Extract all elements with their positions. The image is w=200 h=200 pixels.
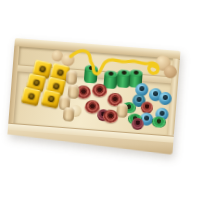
toy-box xyxy=(7,38,181,155)
yellow-cube-bead xyxy=(20,87,40,107)
wood-ball-bead xyxy=(163,64,177,78)
bead-layer xyxy=(7,38,181,155)
green-cylinder-bead xyxy=(83,67,97,84)
red-spool-bead xyxy=(102,109,118,123)
wood-barrel-bead xyxy=(62,107,74,122)
yellow-cube-bead xyxy=(40,89,60,109)
red-round-bead xyxy=(131,117,144,130)
wood-barrel-bead xyxy=(65,70,77,85)
green-cylinder-bead xyxy=(116,71,130,88)
toy-photo-scene xyxy=(0,0,200,200)
red-spool-bead xyxy=(91,83,107,97)
blue-ball-bead xyxy=(158,91,172,105)
